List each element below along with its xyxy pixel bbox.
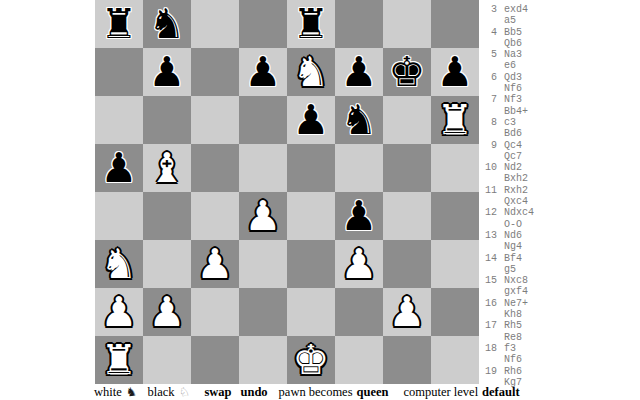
move-number bbox=[481, 106, 497, 117]
move-number bbox=[481, 241, 497, 252]
square-h6[interactable]: ♜ bbox=[431, 96, 479, 144]
white-pawn-piece[interactable]: ♟ bbox=[245, 192, 282, 240]
move-number bbox=[481, 173, 497, 184]
square-g2[interactable]: ♟ bbox=[383, 288, 431, 336]
square-g8[interactable] bbox=[383, 0, 431, 48]
promotion-piece-button[interactable]: queen bbox=[357, 385, 389, 400]
move-entry: Kh8 bbox=[481, 309, 534, 320]
move-san: Rxh2 bbox=[504, 185, 528, 196]
move-san: Bb5 bbox=[504, 27, 522, 38]
square-b5[interactable]: ♝ bbox=[143, 144, 191, 192]
square-e4[interactable] bbox=[287, 192, 335, 240]
move-entry: 3exd4 bbox=[481, 4, 534, 15]
square-g5[interactable] bbox=[383, 144, 431, 192]
square-b7[interactable]: ♟ bbox=[143, 48, 191, 96]
white-rook-piece[interactable]: ♜ bbox=[437, 96, 474, 144]
black-pawn-piece[interactable]: ♟ bbox=[101, 144, 138, 192]
chess-board: ♜♞♜♟♟♞♟♚♟♟♞♜♟♝♟♟♞♟♟♟♟♟♜♚ bbox=[95, 0, 479, 384]
move-entry: 18f3 bbox=[481, 343, 534, 354]
move-san: exd4 bbox=[504, 4, 528, 15]
move-san: Bf4 bbox=[504, 253, 522, 264]
black-pawn-piece[interactable]: ♟ bbox=[293, 96, 330, 144]
undo-button[interactable]: undo bbox=[240, 385, 267, 400]
move-san: Kh8 bbox=[504, 309, 522, 320]
move-number: 13 bbox=[481, 230, 497, 241]
square-a3[interactable]: ♞ bbox=[95, 240, 143, 288]
square-h2[interactable] bbox=[431, 288, 479, 336]
move-entry: 7Nf3 bbox=[481, 94, 534, 105]
move-entry: 4Bb5 bbox=[481, 27, 534, 38]
move-entry: Nf6 bbox=[481, 83, 534, 94]
move-entry: 11Rxh2 bbox=[481, 185, 534, 196]
move-number: 8 bbox=[481, 117, 497, 128]
move-number bbox=[481, 264, 497, 275]
move-entry: Ng4 bbox=[481, 241, 534, 252]
square-a6[interactable] bbox=[95, 96, 143, 144]
move-san: Nf6 bbox=[504, 354, 522, 365]
move-san: O-O bbox=[504, 219, 522, 230]
pawn-becomes-label: pawn becomes bbox=[279, 385, 353, 400]
square-e7[interactable]: ♞ bbox=[287, 48, 335, 96]
move-number bbox=[481, 219, 497, 230]
square-b6[interactable] bbox=[143, 96, 191, 144]
move-list: 3exd4a54Bb5Qb65Na3e66Qd3Nf67Nf3Bb4+8c3Bd… bbox=[481, 4, 534, 388]
move-number: 12 bbox=[481, 207, 497, 218]
move-number: 11 bbox=[481, 185, 497, 196]
move-entry: O-O bbox=[481, 219, 534, 230]
move-entry: Qxc4 bbox=[481, 196, 534, 207]
move-number bbox=[481, 309, 497, 320]
move-entry: gxf4 bbox=[481, 286, 534, 297]
black-rook-piece[interactable]: ♜ bbox=[293, 0, 330, 48]
black-knight-icon[interactable]: ♘ bbox=[178, 385, 190, 398]
white-label: white bbox=[94, 385, 122, 400]
move-entry: 16Ne7+ bbox=[481, 298, 534, 309]
move-entry: 14Bf4 bbox=[481, 253, 534, 264]
square-a1[interactable]: ♜ bbox=[95, 336, 143, 384]
move-entry: 5Na3 bbox=[481, 49, 534, 60]
square-d1[interactable] bbox=[239, 336, 287, 384]
move-entry: Re8 bbox=[481, 332, 534, 343]
move-san: Qb6 bbox=[504, 38, 522, 49]
square-h5[interactable] bbox=[431, 144, 479, 192]
square-a4[interactable] bbox=[95, 192, 143, 240]
square-d2[interactable] bbox=[239, 288, 287, 336]
move-number: 15 bbox=[481, 275, 497, 286]
move-number: 6 bbox=[481, 72, 497, 83]
move-san: Qd3 bbox=[504, 72, 522, 83]
square-g4[interactable] bbox=[383, 192, 431, 240]
square-a8[interactable]: ♜ bbox=[95, 0, 143, 48]
move-san: Ne7+ bbox=[504, 298, 528, 309]
square-f8[interactable] bbox=[335, 0, 383, 48]
move-san: f3 bbox=[504, 343, 516, 354]
square-c4[interactable] bbox=[191, 192, 239, 240]
move-number bbox=[481, 128, 497, 139]
square-c3[interactable]: ♟ bbox=[191, 240, 239, 288]
square-c2[interactable] bbox=[191, 288, 239, 336]
move-number: 10 bbox=[481, 162, 497, 173]
white-rook-piece[interactable]: ♜ bbox=[101, 336, 138, 384]
white-bishop-piece[interactable]: ♝ bbox=[149, 144, 186, 192]
square-a7[interactable] bbox=[95, 48, 143, 96]
move-san: Qc7 bbox=[504, 151, 522, 162]
move-number: 14 bbox=[481, 253, 497, 264]
move-san: Rh6 bbox=[504, 366, 522, 377]
black-knight-piece[interactable]: ♞ bbox=[341, 96, 378, 144]
white-pawn-piece[interactable]: ♟ bbox=[149, 288, 186, 336]
square-c1[interactable] bbox=[191, 336, 239, 384]
square-b1[interactable] bbox=[143, 336, 191, 384]
move-number bbox=[481, 354, 497, 365]
move-san: Qxc4 bbox=[504, 196, 528, 207]
move-number: 5 bbox=[481, 49, 497, 60]
square-a5[interactable]: ♟ bbox=[95, 144, 143, 192]
square-b8[interactable]: ♞ bbox=[143, 0, 191, 48]
square-f7[interactable]: ♟ bbox=[335, 48, 383, 96]
move-number: 9 bbox=[481, 140, 497, 151]
black-pawn-piece[interactable]: ♟ bbox=[341, 192, 378, 240]
square-g7[interactable]: ♚ bbox=[383, 48, 431, 96]
square-e5[interactable] bbox=[287, 144, 335, 192]
move-number: 4 bbox=[481, 27, 497, 38]
black-rook-piece[interactable]: ♜ bbox=[101, 0, 138, 48]
move-entry: 6Qd3 bbox=[481, 72, 534, 83]
white-pawn-piece[interactable]: ♟ bbox=[101, 288, 138, 336]
square-d5[interactable] bbox=[239, 144, 287, 192]
toolbar: white ♞ black ♘ swap undo pawn becomes q… bbox=[94, 384, 524, 400]
move-number bbox=[481, 83, 497, 94]
square-e2[interactable] bbox=[287, 288, 335, 336]
move-san: Nd2 bbox=[504, 162, 522, 173]
square-c8[interactable] bbox=[191, 0, 239, 48]
square-d6[interactable] bbox=[239, 96, 287, 144]
move-entry: Bb4+ bbox=[481, 106, 534, 117]
swap-button[interactable]: swap bbox=[204, 385, 231, 400]
move-san: Rh5 bbox=[504, 320, 522, 331]
white-knight-icon[interactable]: ♞ bbox=[125, 385, 137, 398]
square-g1[interactable] bbox=[383, 336, 431, 384]
move-number bbox=[481, 196, 497, 207]
move-san: a5 bbox=[504, 15, 516, 26]
move-entry: a5 bbox=[481, 15, 534, 26]
move-san: gxf4 bbox=[504, 286, 528, 297]
square-c5[interactable] bbox=[191, 144, 239, 192]
move-san: Nf6 bbox=[504, 83, 522, 94]
white-knight-piece[interactable]: ♞ bbox=[101, 240, 138, 288]
square-f5[interactable] bbox=[335, 144, 383, 192]
white-pawn-piece[interactable]: ♟ bbox=[389, 288, 426, 336]
move-san: Nxc8 bbox=[504, 275, 528, 286]
white-knight-piece[interactable]: ♞ bbox=[293, 48, 330, 96]
computer-level-label: computer level bbox=[403, 385, 478, 400]
square-g6[interactable] bbox=[383, 96, 431, 144]
move-san: Nf3 bbox=[504, 94, 522, 105]
move-number: 19 bbox=[481, 366, 497, 377]
move-number: 16 bbox=[481, 298, 497, 309]
move-number bbox=[481, 15, 497, 26]
square-d7[interactable]: ♟ bbox=[239, 48, 287, 96]
square-c7[interactable] bbox=[191, 48, 239, 96]
black-pawn-piece[interactable]: ♟ bbox=[437, 48, 474, 96]
move-entry: 17Rh5 bbox=[481, 320, 534, 331]
square-d4[interactable]: ♟ bbox=[239, 192, 287, 240]
move-san: Re8 bbox=[504, 332, 522, 343]
square-e8[interactable]: ♜ bbox=[287, 0, 335, 48]
move-san: g5 bbox=[504, 264, 516, 275]
square-g3[interactable] bbox=[383, 240, 431, 288]
black-label: black bbox=[148, 385, 175, 400]
white-king-piece[interactable]: ♚ bbox=[293, 336, 330, 384]
square-f2[interactable] bbox=[335, 288, 383, 336]
square-d3[interactable] bbox=[239, 240, 287, 288]
move-entry: 13Nd6 bbox=[481, 230, 534, 241]
move-entry: Bxh2 bbox=[481, 173, 534, 184]
move-san: Na3 bbox=[504, 49, 522, 60]
move-entry: e6 bbox=[481, 60, 534, 71]
move-entry: Nf6 bbox=[481, 354, 534, 365]
move-san: Ndxc4 bbox=[504, 207, 534, 218]
black-knight-piece[interactable]: ♞ bbox=[149, 0, 186, 48]
move-number: 18 bbox=[481, 343, 497, 354]
computer-level-default-button[interactable]: default bbox=[482, 385, 520, 400]
black-pawn-piece[interactable]: ♟ bbox=[341, 48, 378, 96]
move-entry: 8c3 bbox=[481, 117, 534, 128]
move-number: 17 bbox=[481, 320, 497, 331]
move-number: 3 bbox=[481, 4, 497, 15]
move-san: Bd6 bbox=[504, 128, 522, 139]
move-entry: Qb6 bbox=[481, 38, 534, 49]
move-entry: 15Nxc8 bbox=[481, 275, 534, 286]
square-b3[interactable] bbox=[143, 240, 191, 288]
move-entry: Bd6 bbox=[481, 128, 534, 139]
white-pawn-piece[interactable]: ♟ bbox=[197, 240, 234, 288]
move-number: 7 bbox=[481, 94, 497, 105]
square-f4[interactable]: ♟ bbox=[335, 192, 383, 240]
square-f3[interactable]: ♟ bbox=[335, 240, 383, 288]
move-san: Bxh2 bbox=[504, 173, 528, 184]
black-king-piece[interactable]: ♚ bbox=[389, 48, 426, 96]
move-entry: 10Nd2 bbox=[481, 162, 534, 173]
move-number bbox=[481, 151, 497, 162]
move-number bbox=[481, 60, 497, 71]
square-h4[interactable] bbox=[431, 192, 479, 240]
move-san: Nd6 bbox=[504, 230, 522, 241]
white-pawn-piece[interactable]: ♟ bbox=[341, 240, 378, 288]
square-e1[interactable]: ♚ bbox=[287, 336, 335, 384]
move-number bbox=[481, 286, 497, 297]
black-pawn-piece[interactable]: ♟ bbox=[149, 48, 186, 96]
square-b4[interactable] bbox=[143, 192, 191, 240]
move-san: c3 bbox=[504, 117, 516, 128]
square-a2[interactable]: ♟ bbox=[95, 288, 143, 336]
move-entry: 9Qc4 bbox=[481, 140, 534, 151]
square-f6[interactable]: ♞ bbox=[335, 96, 383, 144]
square-h7[interactable]: ♟ bbox=[431, 48, 479, 96]
square-h8[interactable] bbox=[431, 0, 479, 48]
square-f1[interactable] bbox=[335, 336, 383, 384]
square-b2[interactable]: ♟ bbox=[143, 288, 191, 336]
square-e3[interactable] bbox=[287, 240, 335, 288]
move-san: Ng4 bbox=[504, 241, 522, 252]
move-number bbox=[481, 38, 497, 49]
move-san: Qc4 bbox=[504, 140, 522, 151]
square-e6[interactable]: ♟ bbox=[287, 96, 335, 144]
move-entry: 19Rh6 bbox=[481, 366, 534, 377]
move-entry: Qc7 bbox=[481, 151, 534, 162]
square-c6[interactable] bbox=[191, 96, 239, 144]
black-pawn-piece[interactable]: ♟ bbox=[245, 48, 282, 96]
square-d8[interactable] bbox=[239, 0, 287, 48]
move-san: Bb4+ bbox=[504, 106, 528, 117]
move-san: e6 bbox=[504, 60, 516, 71]
move-entry: g5 bbox=[481, 264, 534, 275]
move-entry: 12Ndxc4 bbox=[481, 207, 534, 218]
square-h3[interactable] bbox=[431, 240, 479, 288]
square-h1[interactable] bbox=[431, 336, 479, 384]
move-number bbox=[481, 332, 497, 343]
